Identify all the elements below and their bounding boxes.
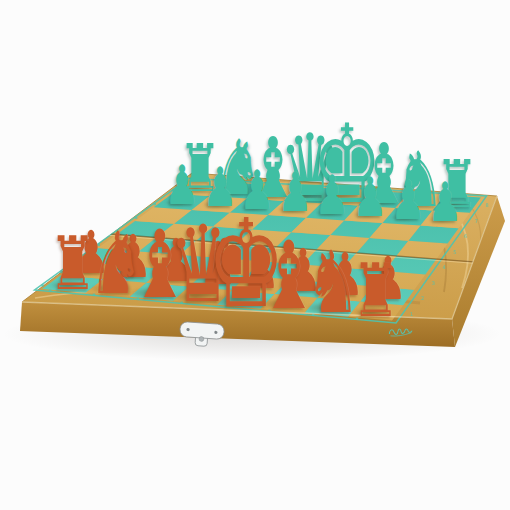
- pieces-layer: ♜♞♝♛♚♝♞♜♟♟♟♟♟♟♟♟♟♟♟♟♟♟♟♟♜♞♝♛♚♝♞♜: [0, 0, 510, 510]
- piece-orange-rook-h1[interactable]: ♜: [352, 253, 400, 327]
- piece-teal-pawn-e7[interactable]: ♟: [315, 169, 350, 223]
- piece-teal-pawn-g7[interactable]: ♟: [390, 174, 425, 228]
- piece-teal-pawn-f7[interactable]: ♟: [353, 171, 388, 225]
- piece-teal-pawn-h7[interactable]: ♟: [428, 176, 463, 230]
- chess-set-photo: 12345678 ♜♞♝♛♚♝♞♜♟♟♟♟♟♟♟♟♟♟♟♟♟♟♟♟♜♞♝♛♚♝♞…: [0, 0, 510, 510]
